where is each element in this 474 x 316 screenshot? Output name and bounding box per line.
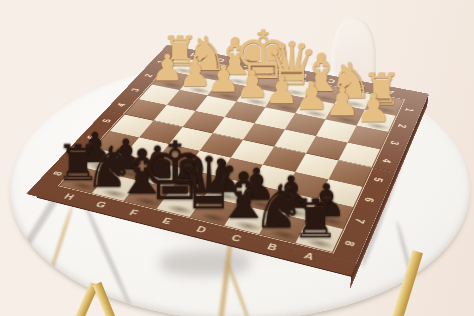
piece-white-pawn[interactable]: ♟ [294,76,328,114]
marble-gold-vein [46,206,74,283]
piece-white-pawn[interactable]: ♟ [264,71,298,109]
square-a3[interactable] [348,126,388,150]
piece-black-rook[interactable]: ♜ [291,192,339,246]
photo-scene: HGFEDCBA1♜♞♝♚♛♝♞♜12♟♟♟♟♟♟♟♟2334455667♟♟♟… [0,0,474,316]
